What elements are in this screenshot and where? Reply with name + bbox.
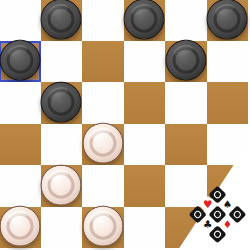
dark-piece[interactable] [41,0,82,39]
ring-icon [212,189,223,200]
square-r4c1[interactable] [41,165,83,207]
square-r5c0[interactable] [0,207,41,249]
square-r3c0[interactable] [0,124,41,166]
square-r2c4 [165,82,207,124]
ring-icon [212,229,223,240]
square-r2c2 [82,82,124,124]
square-r2c1[interactable] [41,82,83,124]
square-r0c0 [0,0,41,41]
square-r0c2 [82,0,124,41]
club-icon: ♣ [203,218,212,231]
square-r5c3 [124,207,166,249]
square-r4c2 [82,165,124,207]
ring-icon [232,209,243,220]
ring-icon [212,209,223,220]
square-r2c0 [0,82,41,124]
selected-square[interactable] [0,41,41,83]
light-piece[interactable] [0,206,40,247]
square-r0c5[interactable] [207,0,249,41]
square-r2c5[interactable] [207,82,249,124]
square-r4c0 [0,165,41,207]
square-r1c1 [41,41,83,83]
square-r3c4[interactable] [165,124,207,166]
dark-piece[interactable] [207,0,248,39]
square-r1c5 [207,41,249,83]
square-r0c1[interactable] [41,0,83,41]
square-r4c4 [165,165,207,207]
heart-icon: ♥ [203,198,212,211]
light-piece[interactable] [82,206,123,247]
square-r5c1 [41,207,83,249]
square-r1c3 [124,41,166,83]
square-r5c2[interactable] [82,207,124,249]
light-piece[interactable] [41,164,82,205]
dark-piece[interactable] [124,0,165,39]
square-r4c3[interactable] [124,165,166,207]
checkers-app-view: ♠♥♦♣ [0,0,250,250]
light-piece[interactable] [82,123,123,164]
spade-icon: ♠ [223,198,232,211]
dark-piece[interactable] [41,81,82,122]
square-r1c2[interactable] [82,41,124,83]
ring-icon [192,209,203,220]
square-r2c3[interactable] [124,82,166,124]
diamond-icon: ♦ [223,218,232,231]
dark-piece[interactable] [165,40,206,81]
square-r3c3 [124,124,166,166]
dark-piece[interactable] [0,40,40,81]
square-r1c4[interactable] [165,41,207,83]
square-r0c4 [165,0,207,41]
square-r0c3[interactable] [124,0,166,41]
square-r3c2[interactable] [82,124,124,166]
square-r3c1 [41,124,83,166]
